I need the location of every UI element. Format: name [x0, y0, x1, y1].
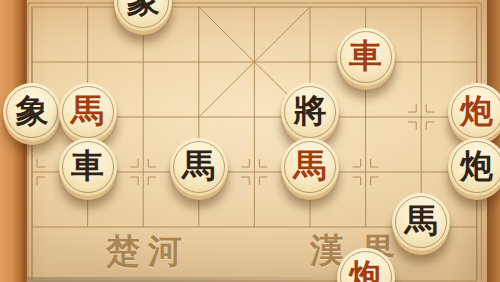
xiangqi-board: 楚河 漢界 象車象馬將炮車馬馬炮馬炮 — [0, 0, 500, 282]
piece-red-cannon[interactable]: 炮 — [337, 248, 395, 282]
pieces-layer: 象車象馬將炮車馬馬炮馬炮 — [0, 0, 500, 282]
piece-glyph: 馬 — [71, 95, 104, 128]
piece-glyph: 將 — [294, 95, 327, 128]
piece-black-elephant[interactable]: 象 — [114, 0, 172, 31]
piece-glyph: 馬 — [182, 150, 215, 183]
piece-glyph: 炮 — [460, 95, 493, 128]
piece-black-elephant[interactable]: 象 — [3, 83, 61, 141]
piece-black-cannon[interactable]: 炮 — [448, 138, 500, 196]
piece-glyph: 車 — [349, 40, 382, 73]
piece-glyph: 馬 — [405, 205, 438, 238]
piece-black-general[interactable]: 將 — [281, 83, 339, 141]
piece-glyph: 炮 — [349, 260, 382, 282]
piece-glyph: 車 — [71, 150, 104, 183]
piece-black-chariot[interactable]: 車 — [59, 138, 117, 196]
piece-red-horse[interactable]: 馬 — [59, 83, 117, 141]
piece-glyph: 炮 — [460, 150, 493, 183]
piece-red-horse[interactable]: 馬 — [281, 138, 339, 196]
piece-red-cannon[interactable]: 炮 — [448, 83, 500, 141]
piece-glyph: 馬 — [294, 150, 327, 183]
piece-glyph: 象 — [127, 0, 160, 18]
piece-black-horse[interactable]: 馬 — [170, 138, 228, 196]
piece-glyph: 象 — [16, 95, 49, 128]
piece-black-horse[interactable]: 馬 — [392, 193, 450, 251]
piece-red-chariot[interactable]: 車 — [337, 28, 395, 86]
